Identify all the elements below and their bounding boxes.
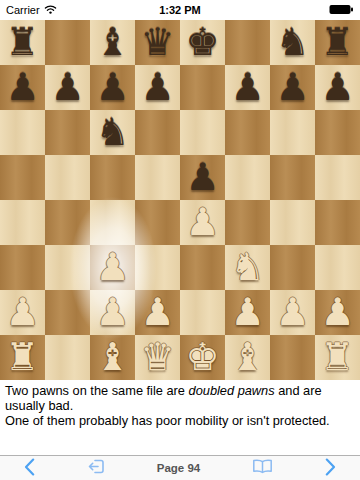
square-b4[interactable] <box>45 200 90 245</box>
contents-button[interactable] <box>252 459 273 477</box>
square-b2[interactable] <box>45 290 90 335</box>
black-king: ♚ <box>185 20 219 65</box>
white-rook: ♜ <box>5 335 39 380</box>
white-bishop: ♝ <box>95 335 129 380</box>
previous-page-button[interactable] <box>24 458 35 479</box>
square-e6[interactable] <box>180 110 225 155</box>
square-h5[interactable] <box>315 155 360 200</box>
chess-board[interactable]: ♜♝♛♚♞♜♟♟♟♟♟♟♟♞♟♟♟♞♟♟♟♟♟♟♜♝♛♚♝♜ <box>0 20 360 380</box>
white-pawn: ♟ <box>5 290 39 335</box>
square-a1[interactable]: ♜ <box>0 335 45 380</box>
black-pawn: ♟ <box>140 65 174 110</box>
square-a5[interactable] <box>0 155 45 200</box>
square-f4[interactable] <box>225 200 270 245</box>
black-pawn: ♟ <box>185 155 219 200</box>
square-f6[interactable] <box>225 110 270 155</box>
square-g4[interactable] <box>270 200 315 245</box>
white-pawn: ♟ <box>185 200 219 245</box>
square-h6[interactable] <box>315 110 360 155</box>
square-a6[interactable] <box>0 110 45 155</box>
black-bishop: ♝ <box>95 20 129 65</box>
square-b7[interactable]: ♟ <box>45 65 90 110</box>
white-rook: ♜ <box>320 335 354 380</box>
page-number-label: Page 94 <box>157 462 200 474</box>
square-e3[interactable] <box>180 245 225 290</box>
square-b3[interactable] <box>45 245 90 290</box>
square-d7[interactable]: ♟ <box>135 65 180 110</box>
chevron-left-icon <box>24 458 35 479</box>
square-f3[interactable]: ♞ <box>225 245 270 290</box>
square-g5[interactable] <box>270 155 315 200</box>
lesson-text-line2: One of them probably has poor mobility o… <box>5 413 330 428</box>
black-pawn: ♟ <box>320 65 354 110</box>
square-e8[interactable]: ♚ <box>180 20 225 65</box>
square-g8[interactable]: ♞ <box>270 20 315 65</box>
square-f1[interactable]: ♝ <box>225 335 270 380</box>
white-queen: ♛ <box>140 335 174 380</box>
book-icon <box>252 459 273 477</box>
square-b8[interactable] <box>45 20 90 65</box>
lesson-term: doubled pawns <box>189 383 275 398</box>
square-f7[interactable]: ♟ <box>225 65 270 110</box>
exit-page-icon <box>87 458 105 478</box>
square-f2[interactable]: ♟ <box>225 290 270 335</box>
square-h8[interactable]: ♜ <box>315 20 360 65</box>
white-pawn: ♟ <box>140 290 174 335</box>
black-pawn: ♟ <box>5 65 39 110</box>
square-e1[interactable]: ♚ <box>180 335 225 380</box>
black-pawn: ♟ <box>95 65 129 110</box>
square-e4[interactable]: ♟ <box>180 200 225 245</box>
square-c2[interactable]: ♟ <box>90 290 135 335</box>
black-pawn: ♟ <box>275 65 309 110</box>
bottom-toolbar: Page 94 <box>0 455 360 480</box>
white-pawn: ♟ <box>95 245 129 290</box>
square-d3[interactable] <box>135 245 180 290</box>
square-g3[interactable] <box>270 245 315 290</box>
exit-lesson-button[interactable] <box>87 458 105 478</box>
next-page-button[interactable] <box>325 458 336 479</box>
chevron-right-icon <box>325 458 336 479</box>
white-bishop: ♝ <box>230 335 264 380</box>
white-pawn: ♟ <box>320 290 354 335</box>
black-knight: ♞ <box>275 20 309 65</box>
square-d8[interactable]: ♛ <box>135 20 180 65</box>
square-a8[interactable]: ♜ <box>0 20 45 65</box>
black-rook: ♜ <box>320 20 354 65</box>
black-pawn: ♟ <box>50 65 84 110</box>
white-king: ♚ <box>185 335 219 380</box>
square-h4[interactable] <box>315 200 360 245</box>
square-g2[interactable]: ♟ <box>270 290 315 335</box>
square-e5[interactable]: ♟ <box>180 155 225 200</box>
square-b5[interactable] <box>45 155 90 200</box>
square-b6[interactable] <box>45 110 90 155</box>
black-queen: ♛ <box>140 20 174 65</box>
black-rook: ♜ <box>5 20 39 65</box>
square-c7[interactable]: ♟ <box>90 65 135 110</box>
square-c3[interactable]: ♟ <box>90 245 135 290</box>
square-d5[interactable] <box>135 155 180 200</box>
square-g7[interactable]: ♟ <box>270 65 315 110</box>
square-c6[interactable]: ♞ <box>90 110 135 155</box>
square-c8[interactable]: ♝ <box>90 20 135 65</box>
white-pawn: ♟ <box>230 290 264 335</box>
white-pawn: ♟ <box>275 290 309 335</box>
square-g6[interactable] <box>270 110 315 155</box>
square-c4[interactable] <box>90 200 135 245</box>
square-c5[interactable] <box>90 155 135 200</box>
chess-app: { "status_bar": { "carrier": "Carrier", … <box>0 0 360 480</box>
square-c1[interactable]: ♝ <box>90 335 135 380</box>
status-bar: Carrier 1:32 PM <box>0 0 360 20</box>
square-h7[interactable]: ♟ <box>315 65 360 110</box>
square-h2[interactable]: ♟ <box>315 290 360 335</box>
lesson-text-part: Two pawns on the same file are <box>5 383 189 398</box>
clock: 1:32 PM <box>0 4 360 16</box>
square-g1[interactable] <box>270 335 315 380</box>
square-d1[interactable]: ♛ <box>135 335 180 380</box>
square-a7[interactable]: ♟ <box>0 65 45 110</box>
black-knight: ♞ <box>95 110 129 155</box>
square-a3[interactable] <box>0 245 45 290</box>
square-b1[interactable] <box>45 335 90 380</box>
black-pawn: ♟ <box>230 65 264 110</box>
square-d4[interactable] <box>135 200 180 245</box>
square-e2[interactable] <box>180 290 225 335</box>
square-e7[interactable] <box>180 65 225 110</box>
square-f5[interactable] <box>225 155 270 200</box>
white-pawn: ♟ <box>95 290 129 335</box>
white-knight: ♞ <box>230 245 264 290</box>
square-d2[interactable]: ♟ <box>135 290 180 335</box>
square-a2[interactable]: ♟ <box>0 290 45 335</box>
square-d6[interactable] <box>135 110 180 155</box>
square-f8[interactable] <box>225 20 270 65</box>
square-a4[interactable] <box>0 200 45 245</box>
lesson-text: Two pawns on the same file are doubled p… <box>0 380 360 428</box>
square-h3[interactable] <box>315 245 360 290</box>
square-h1[interactable]: ♜ <box>315 335 360 380</box>
